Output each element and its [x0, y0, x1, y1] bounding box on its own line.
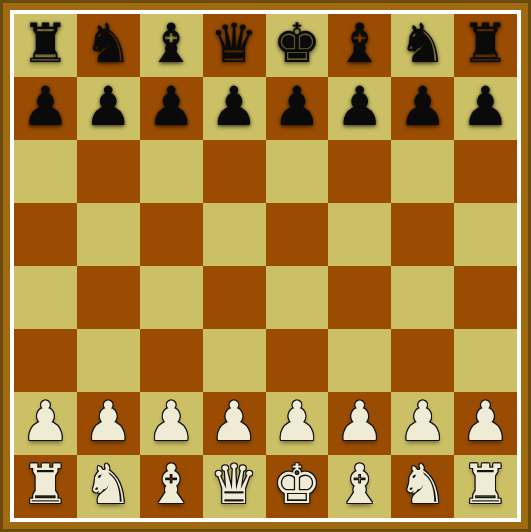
- piece-black-bishop-c8[interactable]: ♝: [147, 17, 195, 71]
- square-a7[interactable]: ♟: [14, 77, 77, 140]
- piece-black-pawn-d7[interactable]: ♟: [210, 80, 258, 134]
- square-a2[interactable]: ♟: [14, 392, 77, 455]
- square-f1[interactable]: ♝: [328, 455, 391, 518]
- square-g2[interactable]: ♟: [391, 392, 454, 455]
- square-g3[interactable]: [391, 329, 454, 392]
- square-c5[interactable]: [140, 203, 203, 266]
- piece-white-knight-g1[interactable]: ♞: [398, 458, 446, 512]
- square-f6[interactable]: [328, 140, 391, 203]
- piece-black-bishop-f8[interactable]: ♝: [336, 17, 384, 71]
- square-d5[interactable]: [203, 203, 266, 266]
- square-f5[interactable]: [328, 203, 391, 266]
- piece-white-pawn-h2[interactable]: ♟: [461, 395, 509, 449]
- board-frame-stripe: ♜♞♝♛♚♝♞♜♟♟♟♟♟♟♟♟♟♟♟♟♟♟♟♟♜♞♝♛♚♝♞♜: [10, 10, 521, 522]
- piece-black-knight-g8[interactable]: ♞: [398, 17, 446, 71]
- board-frame: ♜♞♝♛♚♝♞♜♟♟♟♟♟♟♟♟♟♟♟♟♟♟♟♟♜♞♝♛♚♝♞♜: [0, 0, 531, 532]
- piece-white-bishop-f1[interactable]: ♝: [336, 458, 384, 512]
- square-h2[interactable]: ♟: [454, 392, 517, 455]
- piece-white-pawn-f2[interactable]: ♟: [336, 395, 384, 449]
- piece-white-rook-a1[interactable]: ♜: [21, 458, 69, 512]
- square-a6[interactable]: [14, 140, 77, 203]
- square-d6[interactable]: [203, 140, 266, 203]
- square-a8[interactable]: ♜: [14, 14, 77, 77]
- square-a4[interactable]: [14, 266, 77, 329]
- piece-white-pawn-a2[interactable]: ♟: [21, 395, 69, 449]
- square-c4[interactable]: [140, 266, 203, 329]
- square-d2[interactable]: ♟: [203, 392, 266, 455]
- piece-black-knight-b8[interactable]: ♞: [84, 17, 132, 71]
- piece-white-king-e1[interactable]: ♚: [273, 458, 321, 512]
- chess-board: ♜♞♝♛♚♝♞♜♟♟♟♟♟♟♟♟♟♟♟♟♟♟♟♟♜♞♝♛♚♝♞♜: [14, 14, 517, 518]
- square-b6[interactable]: [77, 140, 140, 203]
- square-d3[interactable]: [203, 329, 266, 392]
- square-b3[interactable]: [77, 329, 140, 392]
- square-f8[interactable]: ♝: [328, 14, 391, 77]
- square-h6[interactable]: [454, 140, 517, 203]
- piece-black-king-e8[interactable]: ♚: [273, 17, 321, 71]
- piece-black-pawn-a7[interactable]: ♟: [21, 80, 69, 134]
- piece-white-bishop-c1[interactable]: ♝: [147, 458, 195, 512]
- square-b5[interactable]: [77, 203, 140, 266]
- square-e3[interactable]: [266, 329, 329, 392]
- square-g1[interactable]: ♞: [391, 455, 454, 518]
- square-a1[interactable]: ♜: [14, 455, 77, 518]
- square-e2[interactable]: ♟: [266, 392, 329, 455]
- board-frame-band: ♜♞♝♛♚♝♞♜♟♟♟♟♟♟♟♟♟♟♟♟♟♟♟♟♜♞♝♛♚♝♞♜: [3, 3, 528, 529]
- square-g8[interactable]: ♞: [391, 14, 454, 77]
- piece-white-pawn-e2[interactable]: ♟: [273, 395, 321, 449]
- piece-black-pawn-b7[interactable]: ♟: [84, 80, 132, 134]
- square-h4[interactable]: [454, 266, 517, 329]
- square-f7[interactable]: ♟: [328, 77, 391, 140]
- piece-white-pawn-c2[interactable]: ♟: [147, 395, 195, 449]
- piece-black-pawn-c7[interactable]: ♟: [147, 80, 195, 134]
- piece-white-rook-h1[interactable]: ♜: [461, 458, 509, 512]
- square-c8[interactable]: ♝: [140, 14, 203, 77]
- square-d8[interactable]: ♛: [203, 14, 266, 77]
- square-e5[interactable]: [266, 203, 329, 266]
- piece-black-rook-h8[interactable]: ♜: [461, 17, 509, 71]
- square-h7[interactable]: ♟: [454, 77, 517, 140]
- piece-white-queen-d1[interactable]: ♛: [210, 458, 258, 512]
- square-a5[interactable]: [14, 203, 77, 266]
- square-b4[interactable]: [77, 266, 140, 329]
- square-e6[interactable]: [266, 140, 329, 203]
- square-e4[interactable]: [266, 266, 329, 329]
- square-e1[interactable]: ♚: [266, 455, 329, 518]
- square-c7[interactable]: ♟: [140, 77, 203, 140]
- square-h5[interactable]: [454, 203, 517, 266]
- square-d1[interactable]: ♛: [203, 455, 266, 518]
- square-d4[interactable]: [203, 266, 266, 329]
- square-h1[interactable]: ♜: [454, 455, 517, 518]
- square-b1[interactable]: ♞: [77, 455, 140, 518]
- square-b7[interactable]: ♟: [77, 77, 140, 140]
- piece-black-pawn-e7[interactable]: ♟: [273, 80, 321, 134]
- piece-white-pawn-b2[interactable]: ♟: [84, 395, 132, 449]
- square-b8[interactable]: ♞: [77, 14, 140, 77]
- square-c3[interactable]: [140, 329, 203, 392]
- square-g6[interactable]: [391, 140, 454, 203]
- piece-black-rook-a8[interactable]: ♜: [21, 17, 69, 71]
- piece-black-queen-d8[interactable]: ♛: [210, 17, 258, 71]
- square-e8[interactable]: ♚: [266, 14, 329, 77]
- square-f3[interactable]: [328, 329, 391, 392]
- square-a3[interactable]: [14, 329, 77, 392]
- square-d7[interactable]: ♟: [203, 77, 266, 140]
- square-g7[interactable]: ♟: [391, 77, 454, 140]
- square-h8[interactable]: ♜: [454, 14, 517, 77]
- piece-white-knight-b1[interactable]: ♞: [84, 458, 132, 512]
- square-f2[interactable]: ♟: [328, 392, 391, 455]
- piece-white-pawn-g2[interactable]: ♟: [398, 395, 446, 449]
- piece-black-pawn-g7[interactable]: ♟: [398, 80, 446, 134]
- square-e7[interactable]: ♟: [266, 77, 329, 140]
- square-c1[interactable]: ♝: [140, 455, 203, 518]
- square-b2[interactable]: ♟: [77, 392, 140, 455]
- square-c2[interactable]: ♟: [140, 392, 203, 455]
- square-f4[interactable]: [328, 266, 391, 329]
- square-c6[interactable]: [140, 140, 203, 203]
- square-h3[interactable]: [454, 329, 517, 392]
- piece-black-pawn-f7[interactable]: ♟: [336, 80, 384, 134]
- square-g4[interactable]: [391, 266, 454, 329]
- square-g5[interactable]: [391, 203, 454, 266]
- piece-black-pawn-h7[interactable]: ♟: [461, 80, 509, 134]
- piece-white-pawn-d2[interactable]: ♟: [210, 395, 258, 449]
